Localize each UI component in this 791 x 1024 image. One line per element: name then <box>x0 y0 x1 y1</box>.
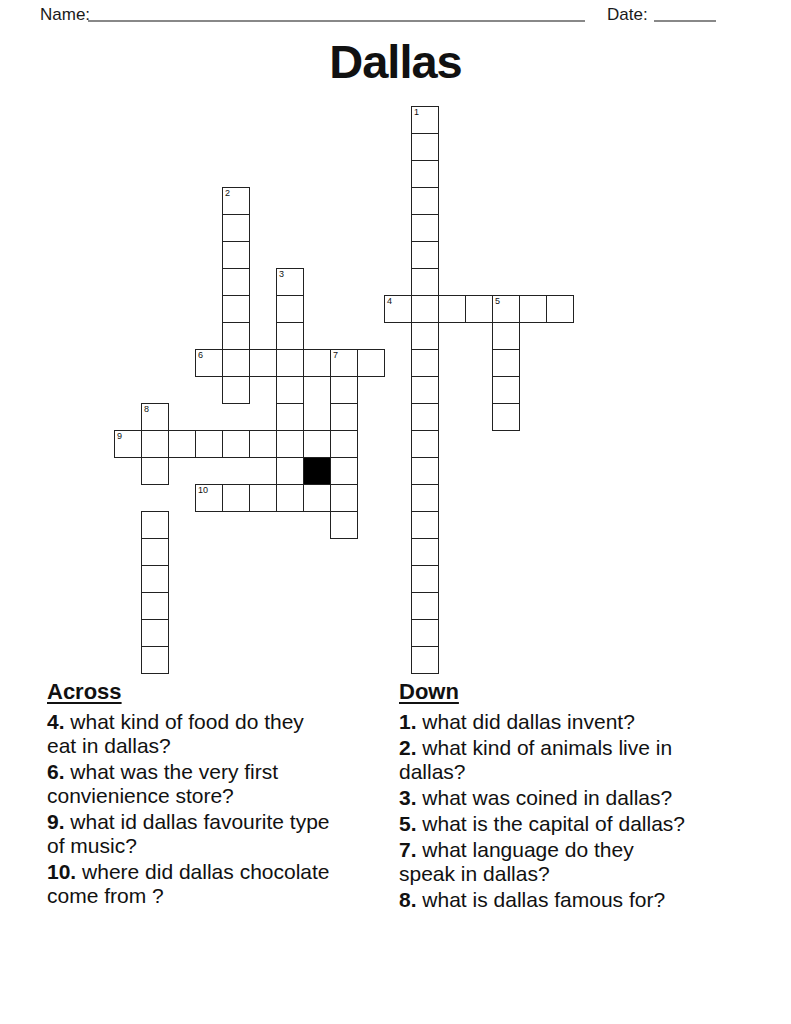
grid-cell[interactable] <box>276 457 304 485</box>
clue-number: 2. <box>399 736 417 759</box>
grid-cell[interactable] <box>222 241 250 269</box>
grid-cell[interactable] <box>411 241 439 269</box>
grid-cell[interactable] <box>492 322 520 350</box>
grid-cell[interactable] <box>276 349 304 377</box>
grid-cell[interactable] <box>411 430 439 458</box>
grid-cell[interactable] <box>546 295 574 323</box>
grid-cell[interactable] <box>222 295 250 323</box>
grid-cell[interactable] <box>411 133 439 161</box>
grid-cell[interactable] <box>276 430 304 458</box>
clue-line: of music? <box>47 834 392 858</box>
grid-cell[interactable] <box>222 268 250 296</box>
grid-cell[interactable] <box>357 349 385 377</box>
grid-cell[interactable] <box>168 430 196 458</box>
cell-number: 2 <box>225 188 230 198</box>
cell-number: 7 <box>333 350 338 360</box>
grid-cell[interactable] <box>141 457 169 485</box>
clue-line: 5. what is the capital of dallas? <box>399 812 744 836</box>
clue-number: 3. <box>399 786 417 809</box>
grid-cell[interactable]: 3 <box>276 268 304 296</box>
clue-item: 9. what id dallas favourite typeof music… <box>47 810 392 858</box>
clue-line: 3. what was coined in dallas? <box>399 786 744 810</box>
clue-line: come from ? <box>47 884 392 908</box>
grid-cell[interactable] <box>411 376 439 404</box>
clue-number: 9. <box>47 810 65 833</box>
cell-number: 9 <box>117 431 122 441</box>
across-clue-list: 4. what kind of food do theyeat in dalla… <box>47 710 392 908</box>
clue-number: 10. <box>47 860 76 883</box>
grid-cell[interactable]: 5 <box>492 295 520 323</box>
cell-number: 8 <box>144 404 149 414</box>
clue-line: 7. what language do they <box>399 838 744 862</box>
grid-cell[interactable]: 6 <box>195 349 223 377</box>
cell-number: 6 <box>198 350 203 360</box>
grid-cell[interactable] <box>141 565 169 593</box>
cell-number: 1 <box>414 107 419 117</box>
grid-cell[interactable] <box>249 349 277 377</box>
grid-cell[interactable] <box>492 349 520 377</box>
grid-cell[interactable]: 10 <box>195 484 223 512</box>
grid-cell[interactable]: 2 <box>222 187 250 215</box>
grid-cell[interactable] <box>276 376 304 404</box>
clue-item: 2. what kind of animals live indallas? <box>399 736 744 784</box>
across-section: Across 4. what kind of food do theyeat i… <box>47 680 392 910</box>
grid-cell[interactable] <box>303 430 331 458</box>
grid-cell[interactable] <box>222 376 250 404</box>
grid-cell[interactable] <box>411 214 439 242</box>
clue-line: 4. what kind of food do they <box>47 710 392 734</box>
grid-cell[interactable] <box>330 430 358 458</box>
grid-cell[interactable] <box>411 646 439 674</box>
clue-item: 6. what was the very firstconvienience s… <box>47 760 392 808</box>
clue-line: 1. what did dallas invent? <box>399 710 744 734</box>
clue-line: dallas? <box>399 760 744 784</box>
grid-cell[interactable] <box>330 511 358 539</box>
grid-cell[interactable]: 9 <box>114 430 142 458</box>
grid-cell[interactable] <box>222 322 250 350</box>
grid-cell[interactable] <box>222 484 250 512</box>
grid-cell[interactable]: 8 <box>141 403 169 431</box>
grid-cell[interactable] <box>303 484 331 512</box>
grid-cell[interactable] <box>411 511 439 539</box>
name-label: Name: <box>40 5 90 25</box>
date-label: Date: <box>607 5 648 25</box>
clue-line: 2. what kind of animals live in <box>399 736 744 760</box>
clue-number: 1. <box>399 710 417 733</box>
grid-cell[interactable] <box>411 187 439 215</box>
grid-cell[interactable] <box>411 592 439 620</box>
grid-cell[interactable] <box>411 484 439 512</box>
clue-line: 10. where did dallas chocolate <box>47 860 392 884</box>
clue-number: 4. <box>47 710 65 733</box>
clue-item: 3. what was coined in dallas? <box>399 786 744 810</box>
clue-item: 5. what is the capital of dallas? <box>399 812 744 836</box>
grid-cell[interactable] <box>222 430 250 458</box>
grid-cell[interactable] <box>141 592 169 620</box>
grid-cell[interactable] <box>195 430 223 458</box>
grid-cell[interactable] <box>438 295 466 323</box>
blocked-cell <box>303 457 331 485</box>
grid-cell[interactable] <box>330 403 358 431</box>
grid-cell[interactable] <box>411 619 439 647</box>
across-header: Across <box>47 680 392 704</box>
grid-cell[interactable] <box>141 619 169 647</box>
grid-cell[interactable] <box>249 430 277 458</box>
grid-cell[interactable] <box>411 295 439 323</box>
grid-cell[interactable] <box>141 511 169 539</box>
page-title: Dallas <box>0 34 791 89</box>
grid-cell[interactable] <box>492 403 520 431</box>
grid-cell[interactable] <box>222 214 250 242</box>
clue-line: eat in dallas? <box>47 734 392 758</box>
grid-cell[interactable] <box>141 430 169 458</box>
grid-cell[interactable] <box>411 322 439 350</box>
grid-cell[interactable] <box>492 376 520 404</box>
cell-number: 10 <box>198 485 208 495</box>
grid-cell[interactable] <box>411 403 439 431</box>
clue-number: 8. <box>399 888 417 911</box>
date-write-line <box>654 20 716 22</box>
grid-cell[interactable] <box>411 160 439 188</box>
clue-line: 9. what id dallas favourite type <box>47 810 392 834</box>
clue-item: 7. what language do theyspeak in dallas? <box>399 838 744 886</box>
down-header: Down <box>399 680 744 704</box>
grid-cell[interactable] <box>276 403 304 431</box>
down-section: Down 1. what did dallas invent?2. what k… <box>399 680 744 914</box>
clue-item: 10. where did dallas chocolatecome from … <box>47 860 392 908</box>
grid-cell[interactable] <box>465 295 493 323</box>
grid-cell[interactable] <box>411 349 439 377</box>
clue-number: 6. <box>47 760 65 783</box>
clue-line: convienience store? <box>47 784 392 808</box>
grid-cell[interactable] <box>276 322 304 350</box>
grid-cell[interactable]: 7 <box>330 349 358 377</box>
grid-cell[interactable]: 1 <box>411 106 439 134</box>
grid-cell[interactable] <box>411 565 439 593</box>
grid-cell[interactable] <box>519 295 547 323</box>
grid-cell[interactable]: 4 <box>384 295 412 323</box>
grid-cell[interactable] <box>330 376 358 404</box>
grid-cell[interactable] <box>330 457 358 485</box>
grid-cell[interactable] <box>222 349 250 377</box>
clue-number: 7. <box>399 838 417 861</box>
name-write-line <box>88 20 585 22</box>
grid-cell[interactable] <box>276 484 304 512</box>
clue-item: 4. what kind of food do theyeat in dalla… <box>47 710 392 758</box>
down-clue-list: 1. what did dallas invent?2. what kind o… <box>399 710 744 912</box>
grid-cell[interactable] <box>411 457 439 485</box>
cell-number: 5 <box>495 296 500 306</box>
grid-cell[interactable] <box>141 538 169 566</box>
cell-number: 4 <box>387 296 392 306</box>
clue-line: speak in dallas? <box>399 862 744 886</box>
grid-cell[interactable] <box>411 268 439 296</box>
grid-cell[interactable] <box>411 538 439 566</box>
clue-line: 6. what was the very first <box>47 760 392 784</box>
clue-item: 1. what did dallas invent? <box>399 710 744 734</box>
grid-cell[interactable] <box>303 349 331 377</box>
grid-cell[interactable] <box>276 295 304 323</box>
cell-number: 3 <box>279 269 284 279</box>
clue-number: 5. <box>399 812 417 835</box>
clue-item: 8. what is dallas famous for? <box>399 888 744 912</box>
grid-cell[interactable] <box>141 646 169 674</box>
grid-cell[interactable] <box>330 484 358 512</box>
clue-line: 8. what is dallas famous for? <box>399 888 744 912</box>
grid-cell[interactable] <box>249 484 277 512</box>
